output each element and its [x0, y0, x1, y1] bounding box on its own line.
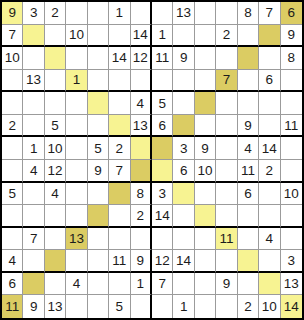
- cell-r4c11-given[interactable]: 7: [216, 70, 237, 93]
- cell-r12c6-given[interactable]: 11: [109, 250, 130, 273]
- cell-r11c7-empty[interactable]: [131, 228, 152, 251]
- cell-r4c4-given[interactable]: 1: [66, 70, 87, 93]
- cell-r14c6-given[interactable]: 5: [109, 295, 130, 318]
- cell-r10c12-empty[interactable]: [238, 205, 259, 228]
- cell-r2c5-empty[interactable]: [88, 25, 109, 48]
- sudoku-board: 9321138767101412910141211981317645251369…: [0, 0, 304, 320]
- cell-r5c8-given[interactable]: 5: [152, 92, 173, 115]
- cell-r5c10-empty[interactable]: [195, 92, 216, 115]
- cell-r8c14-empty[interactable]: [281, 160, 302, 183]
- cell-r9c3-given[interactable]: 4: [45, 183, 66, 206]
- cell-r10c7-given[interactable]: 2: [131, 205, 152, 228]
- cell-r2c7-given[interactable]: 14: [131, 25, 152, 48]
- cell-r13c13-empty[interactable]: [259, 273, 280, 296]
- cell-r13c4-given[interactable]: 4: [66, 273, 87, 296]
- cell-r11c8-empty[interactable]: [152, 228, 173, 251]
- cell-r5c5-empty[interactable]: [88, 92, 109, 115]
- cell-r3c1-given[interactable]: 10: [2, 47, 23, 70]
- cell-r12c9-given[interactable]: 14: [173, 250, 194, 273]
- cell-r12c8-given[interactable]: 12: [152, 250, 173, 273]
- cell-r7c13-given[interactable]: 14: [259, 137, 280, 160]
- cell-r1c12-given[interactable]: 8: [238, 2, 259, 25]
- cell-r1c8-empty[interactable]: [152, 2, 173, 25]
- cell-r2c6-empty[interactable]: [109, 25, 130, 48]
- cell-r12c14-given[interactable]: 3: [281, 250, 302, 273]
- cell-r14c4-empty[interactable]: [66, 295, 87, 318]
- cell-r7c12-given[interactable]: 4: [238, 137, 259, 160]
- cell-r14c3-given[interactable]: 13: [45, 295, 66, 318]
- cell-r2c8-given[interactable]: 1: [152, 25, 173, 48]
- cell-r2c13-empty[interactable]: [259, 25, 280, 48]
- cell-r10c14-empty[interactable]: [281, 205, 302, 228]
- cell-r14c7-empty[interactable]: [131, 295, 152, 318]
- cell-r11c13-given[interactable]: 4: [259, 228, 280, 251]
- cell-r13c9-empty[interactable]: [173, 273, 194, 296]
- cell-r6c14-given[interactable]: 11: [281, 115, 302, 138]
- cell-r11c3-empty[interactable]: [45, 228, 66, 251]
- cell-r10c4-empty[interactable]: [66, 205, 87, 228]
- cell-r8c10-given[interactable]: 10: [195, 160, 216, 183]
- cell-r4c2-given[interactable]: 13: [23, 70, 44, 93]
- cell-r14c10-empty[interactable]: [195, 295, 216, 318]
- cell-r1c4-empty[interactable]: [66, 2, 87, 25]
- cell-r1c5-empty[interactable]: [88, 2, 109, 25]
- cell-r7c3-given[interactable]: 10: [45, 137, 66, 160]
- cell-r9c2-empty[interactable]: [23, 183, 44, 206]
- cell-r7c6-given[interactable]: 2: [109, 137, 130, 160]
- cell-r7c11-empty[interactable]: [216, 137, 237, 160]
- cell-r10c9-empty[interactable]: [173, 205, 194, 228]
- cell-r4c5-empty[interactable]: [88, 70, 109, 93]
- cell-r1c6-given[interactable]: 1: [109, 2, 130, 25]
- cell-r2c3-empty[interactable]: [45, 25, 66, 48]
- cell-r5c12-empty[interactable]: [238, 92, 259, 115]
- cell-r4c7-empty[interactable]: [131, 70, 152, 93]
- cell-r4c3-empty[interactable]: [45, 70, 66, 93]
- cell-r11c10-empty[interactable]: [195, 228, 216, 251]
- cell-r12c5-empty[interactable]: [88, 250, 109, 273]
- cell-r6c12-given[interactable]: 9: [238, 115, 259, 138]
- cell-r11c6-empty[interactable]: [109, 228, 130, 251]
- cell-r3c8-given[interactable]: 11: [152, 47, 173, 70]
- cell-r2c1-given[interactable]: 7: [2, 25, 23, 48]
- cell-r2c10-empty[interactable]: [195, 25, 216, 48]
- cell-r8c8-empty[interactable]: [152, 160, 173, 183]
- cell-r11c12-empty[interactable]: [238, 228, 259, 251]
- cell-r13c2-empty[interactable]: [23, 273, 44, 296]
- cell-r8c3-given[interactable]: 12: [45, 160, 66, 183]
- cell-r12c1-given[interactable]: 4: [2, 250, 23, 273]
- cell-r10c13-empty[interactable]: [259, 205, 280, 228]
- cell-r6c11-empty[interactable]: [216, 115, 237, 138]
- cell-r8c5-given[interactable]: 9: [88, 160, 109, 183]
- cell-r7c8-empty[interactable]: [152, 137, 173, 160]
- cell-r6c6-empty[interactable]: [109, 115, 130, 138]
- cell-r12c4-empty[interactable]: [66, 250, 87, 273]
- cell-r6c3-given[interactable]: 5: [45, 115, 66, 138]
- cell-r9c13-empty[interactable]: [259, 183, 280, 206]
- cell-r9c4-empty[interactable]: [66, 183, 87, 206]
- cell-r5c11-empty[interactable]: [216, 92, 237, 115]
- cell-r12c13-empty[interactable]: [259, 250, 280, 273]
- cell-r9c9-empty[interactable]: [173, 183, 194, 206]
- cell-r6c4-empty[interactable]: [66, 115, 87, 138]
- cell-r10c11-empty[interactable]: [216, 205, 237, 228]
- cell-r12c11-empty[interactable]: [216, 250, 237, 273]
- cell-r12c7-given[interactable]: 9: [131, 250, 152, 273]
- cell-r6c13-empty[interactable]: [259, 115, 280, 138]
- cell-r9c5-empty[interactable]: [88, 183, 109, 206]
- cell-r8c9-given[interactable]: 6: [173, 160, 194, 183]
- cell-r13c10-empty[interactable]: [195, 273, 216, 296]
- cell-r8c13-given[interactable]: 2: [259, 160, 280, 183]
- cell-r11c2-given[interactable]: 7: [23, 228, 44, 251]
- cell-r10c3-empty[interactable]: [45, 205, 66, 228]
- cell-r14c1-given[interactable]: 11: [2, 295, 23, 318]
- cell-r7c7-empty[interactable]: [131, 137, 152, 160]
- cell-r10c10-empty[interactable]: [195, 205, 216, 228]
- cell-r1c14-given[interactable]: 6: [281, 2, 302, 25]
- cell-r6c10-empty[interactable]: [195, 115, 216, 138]
- cell-r6c7-given[interactable]: 13: [131, 115, 152, 138]
- cell-r5c4-empty[interactable]: [66, 92, 87, 115]
- cell-r4c13-given[interactable]: 6: [259, 70, 280, 93]
- cell-r9c7-given[interactable]: 8: [131, 183, 152, 206]
- cell-r3c7-given[interactable]: 12: [131, 47, 152, 70]
- cell-r13c14-given[interactable]: 13: [281, 273, 302, 296]
- cell-r2c12-empty[interactable]: [238, 25, 259, 48]
- cell-r2c14-given[interactable]: 9: [281, 25, 302, 48]
- cell-r2c2-empty[interactable]: [23, 25, 44, 48]
- cell-r14c9-given[interactable]: 1: [173, 295, 194, 318]
- cell-r4c1-empty[interactable]: [2, 70, 23, 93]
- cell-r11c11-given[interactable]: 11: [216, 228, 237, 251]
- cell-r8c1-empty[interactable]: [2, 160, 23, 183]
- cell-r8c7-empty[interactable]: [131, 160, 152, 183]
- cell-r8c4-empty[interactable]: [66, 160, 87, 183]
- cell-r5c3-empty[interactable]: [45, 92, 66, 115]
- cell-r2c9-empty[interactable]: [173, 25, 194, 48]
- cell-r14c14-given[interactable]: 14: [281, 295, 302, 318]
- cell-r6c1-given[interactable]: 2: [2, 115, 23, 138]
- cell-r6c2-empty[interactable]: [23, 115, 44, 138]
- cell-r1c13-given[interactable]: 7: [259, 2, 280, 25]
- cell-r11c9-empty[interactable]: [173, 228, 194, 251]
- cell-r3c5-empty[interactable]: [88, 47, 109, 70]
- cell-r1c9-given[interactable]: 13: [173, 2, 194, 25]
- cell-r5c2-empty[interactable]: [23, 92, 44, 115]
- cell-r13c12-empty[interactable]: [238, 273, 259, 296]
- cell-r14c5-empty[interactable]: [88, 295, 109, 318]
- cell-r6c8-given[interactable]: 6: [152, 115, 173, 138]
- cell-r14c13-given[interactable]: 10: [259, 295, 280, 318]
- cell-r8c11-empty[interactable]: [216, 160, 237, 183]
- cell-r7c2-given[interactable]: 1: [23, 137, 44, 160]
- cell-r7c14-empty[interactable]: [281, 137, 302, 160]
- cell-r14c12-given[interactable]: 2: [238, 295, 259, 318]
- cell-r13c5-empty[interactable]: [88, 273, 109, 296]
- cell-r12c3-empty[interactable]: [45, 250, 66, 273]
- cell-r13c11-given[interactable]: 9: [216, 273, 237, 296]
- cell-r11c14-empty[interactable]: [281, 228, 302, 251]
- cell-r7c1-empty[interactable]: [2, 137, 23, 160]
- cell-r13c3-empty[interactable]: [45, 273, 66, 296]
- cell-r5c14-empty[interactable]: [281, 92, 302, 115]
- cell-r9c1-given[interactable]: 5: [2, 183, 23, 206]
- cell-r1c1-given[interactable]: 9: [2, 2, 23, 25]
- cell-r9c8-given[interactable]: 3: [152, 183, 173, 206]
- cell-r3c13-empty[interactable]: [259, 47, 280, 70]
- cell-r14c11-empty[interactable]: [216, 295, 237, 318]
- cell-r9c11-empty[interactable]: [216, 183, 237, 206]
- cell-r5c6-empty[interactable]: [109, 92, 130, 115]
- cell-r1c11-empty[interactable]: [216, 2, 237, 25]
- cell-r6c5-empty[interactable]: [88, 115, 109, 138]
- cell-r3c4-empty[interactable]: [66, 47, 87, 70]
- cell-r8c2-given[interactable]: 4: [23, 160, 44, 183]
- cell-r1c10-empty[interactable]: [195, 2, 216, 25]
- cell-r1c3-given[interactable]: 2: [45, 2, 66, 25]
- cell-r11c1-empty[interactable]: [2, 228, 23, 251]
- cell-r11c4-given[interactable]: 13: [66, 228, 87, 251]
- cell-r3c9-given[interactable]: 9: [173, 47, 194, 70]
- cell-r7c9-given[interactable]: 3: [173, 137, 194, 160]
- cell-r13c1-given[interactable]: 6: [2, 273, 23, 296]
- cell-r7c4-empty[interactable]: [66, 137, 87, 160]
- cell-r1c7-empty[interactable]: [131, 2, 152, 25]
- cell-r11c5-empty[interactable]: [88, 228, 109, 251]
- cell-r6c9-empty[interactable]: [173, 115, 194, 138]
- cell-r9c12-given[interactable]: 6: [238, 183, 259, 206]
- cell-r8c6-given[interactable]: 7: [109, 160, 130, 183]
- cell-r9c14-given[interactable]: 10: [281, 183, 302, 206]
- cell-r3c3-empty[interactable]: [45, 47, 66, 70]
- cell-r13c7-given[interactable]: 1: [131, 273, 152, 296]
- cell-r10c8-given[interactable]: 14: [152, 205, 173, 228]
- cell-r3c12-empty[interactable]: [238, 47, 259, 70]
- cell-r10c2-empty[interactable]: [23, 205, 44, 228]
- cell-r2c4-given[interactable]: 10: [66, 25, 87, 48]
- cell-r4c10-empty[interactable]: [195, 70, 216, 93]
- cell-r4c8-empty[interactable]: [152, 70, 173, 93]
- cell-r1c2-given[interactable]: 3: [23, 2, 44, 25]
- cell-r4c12-empty[interactable]: [238, 70, 259, 93]
- cell-r7c5-given[interactable]: 5: [88, 137, 109, 160]
- cell-r5c9-empty[interactable]: [173, 92, 194, 115]
- cell-r13c6-empty[interactable]: [109, 273, 130, 296]
- cell-r3c6-given[interactable]: 14: [109, 47, 130, 70]
- cell-r5c1-empty[interactable]: [2, 92, 23, 115]
- cell-r12c2-empty[interactable]: [23, 250, 44, 273]
- cell-r7c10-given[interactable]: 9: [195, 137, 216, 160]
- cell-r4c6-empty[interactable]: [109, 70, 130, 93]
- cell-r10c5-empty[interactable]: [88, 205, 109, 228]
- cell-r10c6-empty[interactable]: [109, 205, 130, 228]
- cell-r12c12-empty[interactable]: [238, 250, 259, 273]
- cell-r4c14-empty[interactable]: [281, 70, 302, 93]
- cell-r13c8-given[interactable]: 7: [152, 273, 173, 296]
- cell-r2c11-given[interactable]: 2: [216, 25, 237, 48]
- cell-r12c10-empty[interactable]: [195, 250, 216, 273]
- cell-r3c14-given[interactable]: 8: [281, 47, 302, 70]
- cell-r9c10-empty[interactable]: [195, 183, 216, 206]
- cell-r14c8-empty[interactable]: [152, 295, 173, 318]
- cell-r4c9-empty[interactable]: [173, 70, 194, 93]
- cell-r5c13-empty[interactable]: [259, 92, 280, 115]
- cell-r5c7-given[interactable]: 4: [131, 92, 152, 115]
- cell-r10c1-empty[interactable]: [2, 205, 23, 228]
- cell-r8c12-given[interactable]: 11: [238, 160, 259, 183]
- cell-r3c10-empty[interactable]: [195, 47, 216, 70]
- cell-r9c6-empty[interactable]: [109, 183, 130, 206]
- cell-r3c11-empty[interactable]: [216, 47, 237, 70]
- cell-r3c2-empty[interactable]: [23, 47, 44, 70]
- cell-r14c2-given[interactable]: 9: [23, 295, 44, 318]
